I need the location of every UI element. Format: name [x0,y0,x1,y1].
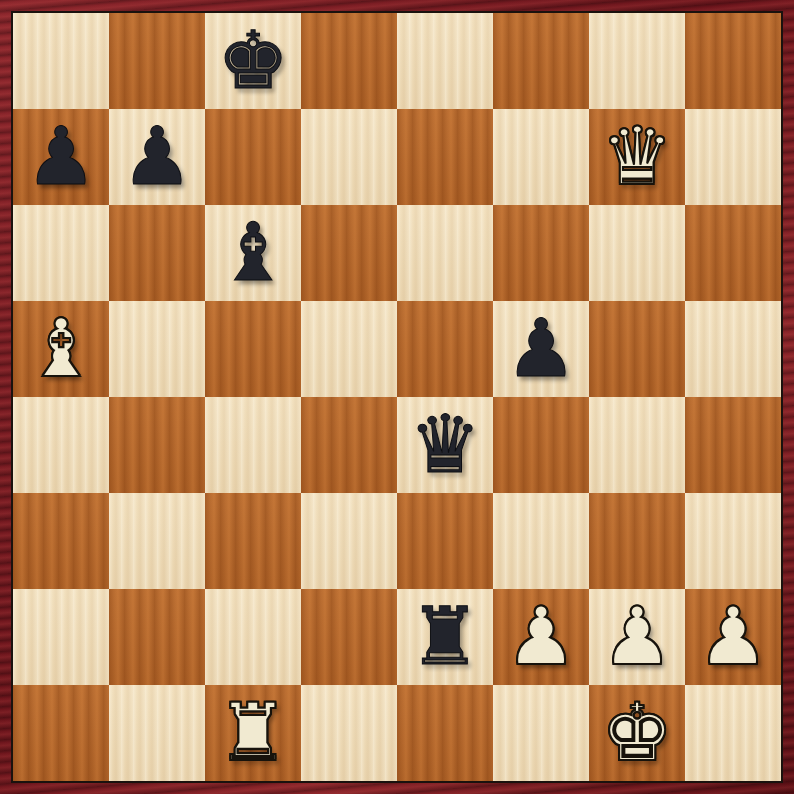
square-c1[interactable]: ♜ [205,685,301,781]
square-a2[interactable] [13,589,109,685]
square-g3[interactable] [589,493,685,589]
square-g1[interactable]: ♚ [589,685,685,781]
square-e7[interactable] [397,109,493,205]
square-e1[interactable] [397,685,493,781]
square-d5[interactable] [301,301,397,397]
square-f5[interactable]: ♟ [493,301,589,397]
chess-board: ♚♟♟♛♝♝♟♛♜♟♟♟♜♚ [13,13,781,781]
square-b3[interactable] [109,493,205,589]
square-a5[interactable]: ♝ [13,301,109,397]
square-c8[interactable]: ♚ [205,13,301,109]
square-c7[interactable] [205,109,301,205]
black-queen[interactable]: ♛ [409,397,481,493]
black-bishop[interactable]: ♝ [217,205,289,301]
white-rook[interactable]: ♜ [217,685,289,781]
white-pawn[interactable]: ♟ [697,589,769,685]
square-f6[interactable] [493,205,589,301]
black-king[interactable]: ♚ [217,13,289,109]
square-g6[interactable] [589,205,685,301]
square-b7[interactable]: ♟ [109,109,205,205]
square-c3[interactable] [205,493,301,589]
square-d2[interactable] [301,589,397,685]
square-c4[interactable] [205,397,301,493]
square-f7[interactable] [493,109,589,205]
square-b4[interactable] [109,397,205,493]
square-b6[interactable] [109,205,205,301]
board-frame: ♚♟♟♛♝♝♟♛♜♟♟♟♜♚ [0,0,794,794]
white-queen[interactable]: ♛ [601,109,673,205]
square-a7[interactable]: ♟ [13,109,109,205]
square-c6[interactable]: ♝ [205,205,301,301]
square-h2[interactable]: ♟ [685,589,781,685]
square-h3[interactable] [685,493,781,589]
square-e3[interactable] [397,493,493,589]
square-c2[interactable] [205,589,301,685]
square-e6[interactable] [397,205,493,301]
square-b8[interactable] [109,13,205,109]
square-f2[interactable]: ♟ [493,589,589,685]
square-h5[interactable] [685,301,781,397]
square-a1[interactable] [13,685,109,781]
square-g4[interactable] [589,397,685,493]
black-pawn[interactable]: ♟ [121,109,193,205]
square-g7[interactable]: ♛ [589,109,685,205]
square-a3[interactable] [13,493,109,589]
square-h4[interactable] [685,397,781,493]
square-a6[interactable] [13,205,109,301]
square-f1[interactable] [493,685,589,781]
square-e2[interactable]: ♜ [397,589,493,685]
square-g5[interactable] [589,301,685,397]
square-b2[interactable] [109,589,205,685]
square-e5[interactable] [397,301,493,397]
white-pawn[interactable]: ♟ [601,589,673,685]
square-d6[interactable] [301,205,397,301]
square-g2[interactable]: ♟ [589,589,685,685]
square-c5[interactable] [205,301,301,397]
square-h7[interactable] [685,109,781,205]
square-e8[interactable] [397,13,493,109]
square-h8[interactable] [685,13,781,109]
square-a4[interactable] [13,397,109,493]
square-f3[interactable] [493,493,589,589]
black-rook[interactable]: ♜ [409,589,481,685]
black-pawn[interactable]: ♟ [505,301,577,397]
square-b1[interactable] [109,685,205,781]
square-h6[interactable] [685,205,781,301]
square-d3[interactable] [301,493,397,589]
square-d4[interactable] [301,397,397,493]
square-a8[interactable] [13,13,109,109]
white-pawn[interactable]: ♟ [505,589,577,685]
square-f4[interactable] [493,397,589,493]
black-pawn[interactable]: ♟ [25,109,97,205]
white-bishop[interactable]: ♝ [25,301,97,397]
square-b5[interactable] [109,301,205,397]
square-d8[interactable] [301,13,397,109]
square-e4[interactable]: ♛ [397,397,493,493]
square-h1[interactable] [685,685,781,781]
square-d7[interactable] [301,109,397,205]
square-g8[interactable] [589,13,685,109]
square-d1[interactable] [301,685,397,781]
square-f8[interactable] [493,13,589,109]
board-inner-border: ♚♟♟♛♝♝♟♛♜♟♟♟♜♚ [11,11,783,783]
white-king[interactable]: ♚ [601,685,673,781]
